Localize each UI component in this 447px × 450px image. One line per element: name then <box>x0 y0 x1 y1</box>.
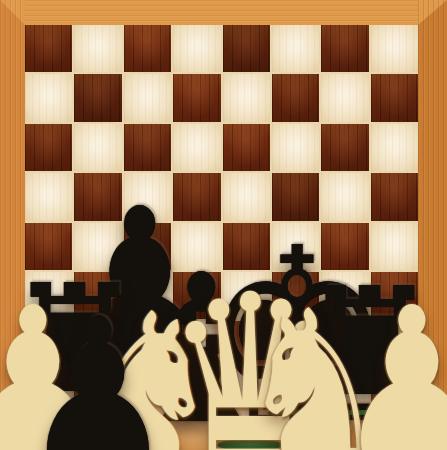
black-pawn-glyph: ♟ <box>22 292 174 450</box>
pieces-layer: ♟♜♝♚♜♞♛♞♟♟♟ <box>0 0 447 450</box>
white-pawn-glyph: ♟ <box>336 281 447 450</box>
chess-set-photo: ♟♜♝♚♜♞♛♞♟♟♟ <box>0 0 447 450</box>
